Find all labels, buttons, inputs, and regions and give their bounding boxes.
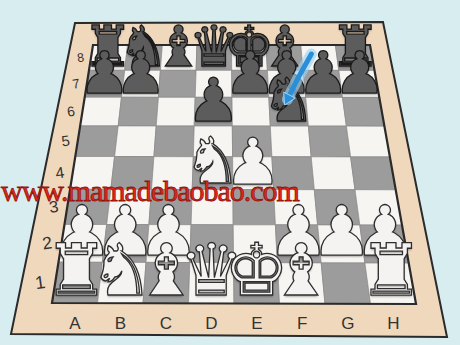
square-f2	[275, 225, 321, 263]
square-h7	[339, 70, 380, 97]
square-g1	[321, 263, 370, 304]
square-g8	[301, 45, 339, 70]
square-b8	[125, 45, 163, 70]
square-d8	[196, 45, 232, 70]
square-f8	[266, 45, 303, 70]
square-f7	[267, 70, 305, 97]
square-d6	[194, 97, 232, 126]
square-g4	[311, 157, 355, 190]
chess-illustration: 87654321ABCDEFGH ♜♞♝♛♚♝♜♟♟♟♟♟♟♟♞♞♟♟♟♟♟♟♟…	[0, 0, 460, 345]
square-g7	[303, 70, 342, 97]
square-g6	[306, 97, 347, 126]
square-g2	[318, 225, 365, 263]
square-b5	[115, 126, 157, 157]
file-label-H: H	[387, 314, 399, 333]
file-label-B: B	[115, 314, 126, 333]
square-c2	[146, 225, 191, 263]
square-e5	[232, 126, 272, 157]
file-label-G: G	[341, 314, 354, 333]
square-d1	[189, 263, 235, 304]
square-b7	[122, 70, 161, 97]
file-label-C: C	[160, 314, 172, 333]
square-h6	[343, 97, 385, 126]
file-label-E: E	[251, 314, 262, 333]
square-g5	[308, 126, 350, 157]
square-d5	[193, 126, 232, 157]
square-f6	[269, 97, 309, 126]
file-label-A: A	[69, 314, 81, 333]
square-d2	[190, 225, 234, 263]
file-label-F: F	[297, 314, 307, 333]
square-b1	[98, 262, 147, 303]
square-f1	[277, 263, 325, 304]
square-a2	[59, 224, 107, 262]
square-a8	[89, 45, 128, 70]
square-c8	[160, 45, 197, 70]
square-e2	[233, 225, 277, 263]
square-d7	[195, 70, 232, 97]
square-a5	[75, 126, 118, 157]
square-h2	[360, 225, 409, 263]
file-label-D: D	[205, 314, 217, 333]
square-e7	[232, 70, 269, 97]
square-h1	[365, 263, 416, 304]
square-h8	[335, 45, 374, 70]
square-g3	[314, 190, 360, 225]
square-b6	[118, 97, 158, 126]
square-a7	[85, 70, 125, 97]
square-e1	[234, 263, 280, 304]
square-h5	[346, 126, 390, 157]
square-b2	[102, 225, 149, 263]
square-e6	[232, 97, 270, 126]
square-h3	[355, 190, 402, 225]
watermark-text: www.mamadebaobao.com	[1, 174, 299, 208]
square-f5	[270, 126, 311, 157]
square-e8	[232, 45, 268, 70]
square-h4	[351, 157, 396, 190]
square-c6	[156, 97, 195, 126]
square-c5	[154, 126, 194, 157]
square-c7	[158, 70, 196, 97]
square-c1	[143, 262, 190, 303]
square-a1	[52, 262, 102, 303]
chess-board: 87654321ABCDEFGH	[0, 0, 460, 345]
square-a6	[80, 97, 121, 126]
